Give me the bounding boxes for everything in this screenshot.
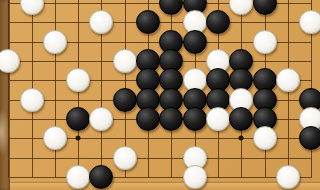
stone-black[interactable] — [159, 0, 183, 15]
stone-white[interactable] — [89, 107, 113, 131]
stone-white[interactable] — [113, 146, 137, 170]
stone-white[interactable] — [20, 0, 44, 15]
grid-line-vertical — [8, 0, 9, 178]
stone-white[interactable] — [253, 30, 277, 54]
stone-white[interactable] — [299, 10, 320, 34]
board-bottom-margin — [10, 183, 320, 190]
stone-black[interactable] — [183, 107, 207, 131]
star-point — [76, 136, 81, 141]
stone-black[interactable] — [253, 0, 277, 15]
stone-black[interactable] — [89, 165, 113, 189]
stone-black[interactable] — [113, 88, 137, 112]
grid-line-horizontal — [10, 22, 312, 23]
stone-white[interactable] — [0, 49, 20, 73]
go-board[interactable] — [0, 0, 320, 190]
stone-white[interactable] — [20, 88, 44, 112]
star-point — [239, 136, 244, 141]
stone-white[interactable] — [206, 107, 230, 131]
stone-white[interactable] — [276, 68, 300, 92]
stone-white[interactable] — [66, 68, 90, 92]
stone-black[interactable] — [136, 107, 160, 131]
stone-black[interactable] — [66, 107, 90, 131]
stone-white[interactable] — [276, 165, 300, 189]
stone-white[interactable] — [113, 49, 137, 73]
stone-black[interactable] — [183, 30, 207, 54]
stone-white[interactable] — [66, 165, 90, 189]
grid-line-horizontal — [10, 177, 312, 178]
stone-black[interactable] — [229, 107, 253, 131]
stone-black[interactable] — [299, 126, 320, 150]
grid-line-vertical — [55, 0, 56, 178]
stone-white[interactable] — [43, 30, 67, 54]
stone-black[interactable] — [136, 10, 160, 34]
stone-white[interactable] — [89, 10, 113, 34]
stone-white[interactable] — [229, 0, 253, 15]
stone-white[interactable] — [253, 126, 277, 150]
stone-black[interactable] — [159, 107, 183, 131]
stone-white[interactable] — [43, 126, 67, 150]
grid-line-horizontal — [10, 158, 312, 159]
stone-white[interactable] — [183, 165, 207, 189]
stone-black[interactable] — [206, 10, 230, 34]
